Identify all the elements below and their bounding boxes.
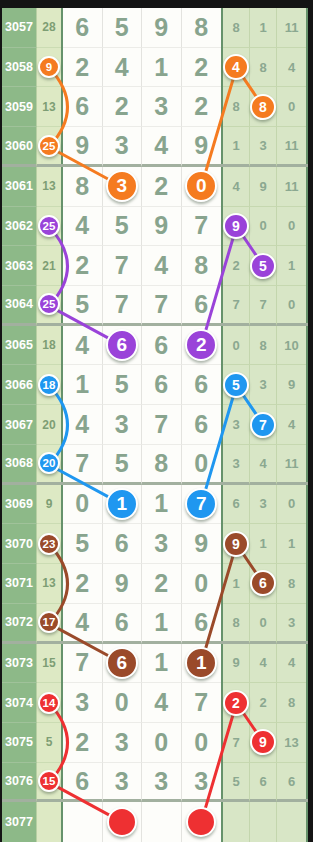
period-number: 3075 <box>2 723 37 763</box>
pending-draw-dot <box>107 807 137 837</box>
stat-cell-col1: 7 <box>223 286 250 326</box>
stat-cell-col1 <box>223 802 250 842</box>
stat-cell-col3: 1 <box>277 246 306 286</box>
stat-cell-col2: 5 <box>250 246 277 286</box>
stat-cell-col2: 7 <box>250 405 277 445</box>
stat-cell-col3: 0 <box>277 87 306 127</box>
digit-cell-col3: 9 <box>142 8 182 48</box>
stat-cell-col1: 7 <box>223 723 250 763</box>
period-number: 3067 <box>2 405 37 445</box>
divider-right <box>306 524 308 564</box>
stat-cell-col3: 13 <box>277 723 306 763</box>
digit-cell-col2: 3 <box>103 167 143 207</box>
digit-cell-col3: 4 <box>142 246 182 286</box>
digit-cell-col3: 7 <box>142 405 182 445</box>
stat-cell-col2: 8 <box>250 48 277 88</box>
stat-cell-col1: 2 <box>223 683 250 723</box>
digit-cell-col1: 5 <box>63 286 103 326</box>
drawn-digit-circle: 3 <box>106 170 138 202</box>
digit-cell-col1: 2 <box>63 246 103 286</box>
digit-cell-col4: 7 <box>182 683 222 723</box>
miss-count-cell: 13 <box>37 167 61 207</box>
digit-cell-col4: 0 <box>182 723 222 763</box>
digit-cell-col2: 7 <box>103 246 143 286</box>
divider-right <box>306 802 308 842</box>
miss-count-cell: 9 <box>37 485 61 525</box>
row-3060: 30602593491311 <box>2 127 308 167</box>
divider-right <box>306 286 308 326</box>
miss-count-cell <box>37 802 61 842</box>
row-3073: 3073157611944 <box>2 644 308 684</box>
stat-cell-col2: 0 <box>250 207 277 247</box>
divider-right <box>306 87 308 127</box>
digit-cell-col4: 0 <box>182 167 222 207</box>
stat-hot-circle: 8 <box>250 94 276 120</box>
divider-right <box>306 763 308 803</box>
digit-cell-col2 <box>103 802 143 842</box>
divider-right <box>306 207 308 247</box>
digit-cell-col3: 2 <box>142 167 182 207</box>
stat-cell-col2 <box>250 802 277 842</box>
digit-cell-col3: 1 <box>142 604 182 644</box>
miss-count-cell: 13 <box>37 564 61 604</box>
digit-cell-col1: 4 <box>63 207 103 247</box>
digit-cell-col1: 7 <box>63 644 103 684</box>
period-number: 3069 <box>2 485 37 525</box>
stat-hot-circle: 9 <box>223 213 249 239</box>
digit-cell-col1: 3 <box>63 683 103 723</box>
stat-cell-col2: 9 <box>250 167 277 207</box>
digit-cell-col4: 1 <box>182 644 222 684</box>
digit-cell-col2: 6 <box>103 644 143 684</box>
digit-cell-col4: 0 <box>182 445 222 485</box>
stat-hot-circle: 2 <box>223 690 249 716</box>
miss-count-circle: 15 <box>38 770 60 792</box>
digit-cell-col2: 9 <box>103 564 143 604</box>
digit-cell-col1 <box>63 802 103 842</box>
miss-count-cell: 25 <box>37 207 61 247</box>
digit-cell-col2: 6 <box>103 524 143 564</box>
period-number: 3074 <box>2 683 37 723</box>
stat-cell-col1: 8 <box>223 8 250 48</box>
row-3074: 3074143047228 <box>2 683 308 723</box>
row-3072: 3072174616803 <box>2 604 308 644</box>
stat-cell-col1: 9 <box>223 644 250 684</box>
period-number: 3064 <box>2 286 37 326</box>
drawn-digit-circle: 2 <box>185 329 217 361</box>
digit-cell-col3: 3 <box>142 763 182 803</box>
period-number: 3071 <box>2 564 37 604</box>
row-3067: 3067204376374 <box>2 405 308 445</box>
stat-hot-circle: 9 <box>250 729 276 755</box>
digit-cell-col2: 3 <box>103 405 143 445</box>
digit-cell-col2: 5 <box>103 207 143 247</box>
drawn-digit-circle: 1 <box>185 647 217 679</box>
miss-count-circle: 25 <box>38 135 60 157</box>
pending-draw-dot <box>186 807 216 837</box>
digit-cell-col2: 7 <box>103 286 143 326</box>
divider-right <box>306 48 308 88</box>
stat-cell-col1: 1 <box>223 127 250 167</box>
drawn-digit-circle: 7 <box>185 488 217 520</box>
digit-cell-col1: 8 <box>63 167 103 207</box>
digit-cell-col4: 8 <box>182 246 222 286</box>
digit-cell-col4: 2 <box>182 48 222 88</box>
stat-cell-col3: 0 <box>277 207 306 247</box>
stat-cell-col1: 2 <box>223 246 250 286</box>
digit-cell-col4: 6 <box>182 604 222 644</box>
miss-count-circle: 20 <box>38 452 60 474</box>
digit-cell-col3: 6 <box>142 365 182 405</box>
divider-right <box>306 604 308 644</box>
stat-cell-col3: 8 <box>277 683 306 723</box>
stat-hot-circle: 7 <box>250 412 276 438</box>
digit-cell-col2: 1 <box>103 485 143 525</box>
period-number: 3070 <box>2 524 37 564</box>
digit-cell-col4: 0 <box>182 564 222 604</box>
stat-cell-col1: 4 <box>223 167 250 207</box>
stat-cell-col3: 6 <box>277 763 306 803</box>
digit-cell-col1: 6 <box>63 8 103 48</box>
stat-cell-col3: 11 <box>277 127 306 167</box>
digit-cell-col1: 6 <box>63 87 103 127</box>
period-number: 3068 <box>2 445 37 485</box>
digit-cell-col2: 4 <box>103 48 143 88</box>
digit-cell-col1: 6 <box>63 763 103 803</box>
stat-cell-col3: 11 <box>277 445 306 485</box>
divider-right <box>306 644 308 684</box>
digit-cell-col3: 7 <box>142 286 182 326</box>
row-3066: 3066181566539 <box>2 365 308 405</box>
row-3069: 306990117630 <box>2 485 308 525</box>
stat-cell-col1: 8 <box>223 87 250 127</box>
stat-hot-circle: 4 <box>223 54 249 80</box>
divider-right <box>306 564 308 604</box>
miss-count-circle: 9 <box>38 56 60 78</box>
digit-cell-col1: 2 <box>63 723 103 763</box>
miss-count-circle: 25 <box>38 293 60 315</box>
stat-cell-col3: 3 <box>277 604 306 644</box>
stat-cell-col3: 0 <box>277 286 306 326</box>
miss-count-cell: 28 <box>37 8 61 48</box>
stat-cell-col2: 7 <box>250 286 277 326</box>
digit-cell-col1: 4 <box>63 604 103 644</box>
miss-count-cell: 17 <box>37 604 61 644</box>
stat-hot-circle: 6 <box>250 570 276 596</box>
miss-count-cell: 25 <box>37 286 61 326</box>
divider-right <box>306 246 308 286</box>
digit-cell-col3: 1 <box>142 644 182 684</box>
miss-count-cell: 21 <box>37 246 61 286</box>
stat-cell-col1: 5 <box>223 763 250 803</box>
digit-cell-col3: 3 <box>142 87 182 127</box>
divider-right <box>306 326 308 366</box>
row-3057: 30572865988111 <box>2 8 308 48</box>
digit-cell-col1: 5 <box>63 524 103 564</box>
period-number: 3063 <box>2 246 37 286</box>
digit-cell-col3: 6 <box>142 326 182 366</box>
digit-cell-col2: 2 <box>103 87 143 127</box>
lottery-trend-chart-board: 3057286598811130589241248430591362328803… <box>0 0 313 842</box>
stat-cell-col1: 6 <box>223 485 250 525</box>
digit-cell-col2: 5 <box>103 445 143 485</box>
digit-cell-col2: 6 <box>103 326 143 366</box>
row-3071: 3071132920168 <box>2 564 308 604</box>
drawn-digit-circle: 0 <box>185 170 217 202</box>
digit-cell-col2: 5 <box>103 365 143 405</box>
stat-cell-col2: 3 <box>250 127 277 167</box>
digit-cell-col1: 2 <box>63 48 103 88</box>
period-number: 3066 <box>2 365 37 405</box>
period-number: 3059 <box>2 87 37 127</box>
digit-cell-col1: 4 <box>63 405 103 445</box>
digit-cell-col1: 2 <box>63 564 103 604</box>
digit-cell-col1: 7 <box>63 445 103 485</box>
stat-cell-col2: 4 <box>250 644 277 684</box>
digit-cell-col2: 5 <box>103 8 143 48</box>
digit-cell-col3: 0 <box>142 723 182 763</box>
divider-right <box>306 127 308 167</box>
digit-cell-col4: 2 <box>182 87 222 127</box>
stat-cell-col2: 8 <box>250 326 277 366</box>
period-number: 3058 <box>2 48 37 88</box>
digit-cell-col4: 2 <box>182 326 222 366</box>
stat-cell-col3: 9 <box>277 365 306 405</box>
stat-cell-col3: 4 <box>277 644 306 684</box>
row-3070: 3070235639911 <box>2 524 308 564</box>
digit-cell-col4: 7 <box>182 485 222 525</box>
stat-cell-col3: 0 <box>277 485 306 525</box>
stat-cell-col3: 11 <box>277 8 306 48</box>
row-3061: 30611383204911 <box>2 167 308 207</box>
digit-cell-col1: 9 <box>63 127 103 167</box>
digit-cell-col4 <box>182 802 222 842</box>
trend-rows-container: 3057286598811130589241248430591362328803… <box>2 8 308 842</box>
miss-count-cell: 23 <box>37 524 61 564</box>
stat-cell-col3: 10 <box>277 326 306 366</box>
digit-cell-col3: 2 <box>142 564 182 604</box>
digit-cell-col3: 3 <box>142 524 182 564</box>
digit-cell-col4: 6 <box>182 405 222 445</box>
digit-cell-col2: 6 <box>103 604 143 644</box>
divider-right <box>306 365 308 405</box>
digit-cell-col3: 1 <box>142 485 182 525</box>
digit-cell-col1: 4 <box>63 326 103 366</box>
period-number: 3061 <box>2 167 37 207</box>
digit-cell-col1: 0 <box>63 485 103 525</box>
period-number: 3073 <box>2 644 37 684</box>
digit-cell-col3: 8 <box>142 445 182 485</box>
stat-cell-col3: 8 <box>277 564 306 604</box>
row-3075: 3075523007913 <box>2 723 308 763</box>
miss-count-circle: 25 <box>38 215 60 237</box>
miss-count-cell: 5 <box>37 723 61 763</box>
stat-cell-col2: 3 <box>250 365 277 405</box>
divider-right <box>306 405 308 445</box>
divider-right <box>306 485 308 525</box>
digit-cell-col2: 3 <box>103 723 143 763</box>
digit-cell-col4: 6 <box>182 365 222 405</box>
row-3063: 3063212748251 <box>2 246 308 286</box>
stat-cell-col2: 6 <box>250 763 277 803</box>
stat-cell-col1: 1 <box>223 564 250 604</box>
period-number: 3076 <box>2 763 37 803</box>
digit-cell-col4: 9 <box>182 524 222 564</box>
digit-cell-col3: 4 <box>142 127 182 167</box>
row-3059: 3059136232880 <box>2 87 308 127</box>
digit-cell-col4: 6 <box>182 286 222 326</box>
miss-count-cell: 18 <box>37 365 61 405</box>
row-3058: 305892412484 <box>2 48 308 88</box>
digit-cell-col4: 9 <box>182 127 222 167</box>
miss-count-cell: 13 <box>37 87 61 127</box>
miss-count-circle: 14 <box>38 692 60 714</box>
digit-cell-col3: 1 <box>142 48 182 88</box>
stat-cell-col1: 3 <box>223 405 250 445</box>
stat-hot-circle: 5 <box>223 372 249 398</box>
stat-cell-col2: 8 <box>250 87 277 127</box>
digit-cell-col2: 3 <box>103 763 143 803</box>
miss-count-cell: 15 <box>37 763 61 803</box>
period-number: 3072 <box>2 604 37 644</box>
miss-count-cell: 25 <box>37 127 61 167</box>
row-3062: 3062254597900 <box>2 207 308 247</box>
miss-count-circle: 23 <box>38 533 60 555</box>
row-3064: 3064255776770 <box>2 286 308 326</box>
stat-cell-col1: 0 <box>223 326 250 366</box>
stat-cell-col2: 0 <box>250 604 277 644</box>
period-number: 3077 <box>2 802 37 842</box>
divider-right <box>306 8 308 48</box>
divider-right <box>306 683 308 723</box>
drawn-digit-circle: 6 <box>106 329 138 361</box>
stat-cell-col3: 1 <box>277 524 306 564</box>
stat-cell-col2: 3 <box>250 485 277 525</box>
digit-cell-col1: 1 <box>63 365 103 405</box>
row-3068: 30682075803411 <box>2 445 308 485</box>
stat-hot-circle: 5 <box>250 253 276 279</box>
miss-count-cell: 20 <box>37 445 61 485</box>
stat-cell-col3: 4 <box>277 405 306 445</box>
stat-cell-col2: 2 <box>250 683 277 723</box>
stat-cell-col2: 6 <box>250 564 277 604</box>
miss-count-cell: 15 <box>37 644 61 684</box>
drawn-digit-circle: 6 <box>106 647 138 679</box>
stat-cell-col2: 1 <box>250 8 277 48</box>
stat-cell-col1: 9 <box>223 207 250 247</box>
stat-cell-col1: 5 <box>223 365 250 405</box>
stat-cell-col1: 3 <box>223 445 250 485</box>
miss-count-cell: 14 <box>37 683 61 723</box>
stat-cell-col2: 4 <box>250 445 277 485</box>
digit-cell-col4: 7 <box>182 207 222 247</box>
stat-cell-col1: 8 <box>223 604 250 644</box>
miss-count-cell: 9 <box>37 48 61 88</box>
digit-cell-col2: 0 <box>103 683 143 723</box>
row-3076: 3076156333566 <box>2 763 308 803</box>
miss-count-circle: 18 <box>38 374 60 396</box>
drawn-digit-circle: 1 <box>106 488 138 520</box>
miss-count-cell: 18 <box>37 326 61 366</box>
stat-cell-col3 <box>277 802 306 842</box>
period-number: 3065 <box>2 326 37 366</box>
stat-cell-col1: 4 <box>223 48 250 88</box>
stat-cell-col3: 4 <box>277 48 306 88</box>
divider-right <box>306 167 308 207</box>
stat-cell-col2: 9 <box>250 723 277 763</box>
stat-cell-col2: 1 <box>250 524 277 564</box>
miss-count-circle: 17 <box>38 611 60 633</box>
period-number: 3062 <box>2 207 37 247</box>
digit-cell-col3: 9 <box>142 207 182 247</box>
row-3065: 30651846620810 <box>2 326 308 366</box>
digit-cell-col2: 3 <box>103 127 143 167</box>
divider-right <box>306 723 308 763</box>
stat-hot-circle: 9 <box>223 531 249 557</box>
miss-count-cell: 20 <box>37 405 61 445</box>
digit-cell-col3: 4 <box>142 683 182 723</box>
period-number: 3057 <box>2 8 37 48</box>
row-3077: 3077 <box>2 802 308 842</box>
divider-right <box>306 445 308 485</box>
digit-cell-col4: 8 <box>182 8 222 48</box>
period-number: 3060 <box>2 127 37 167</box>
digit-cell-col3 <box>142 802 182 842</box>
digit-cell-col4: 3 <box>182 763 222 803</box>
stat-cell-col1: 9 <box>223 524 250 564</box>
stat-cell-col3: 11 <box>277 167 306 207</box>
